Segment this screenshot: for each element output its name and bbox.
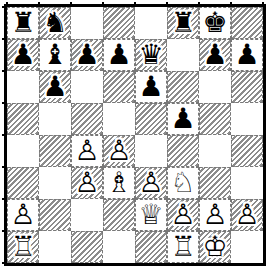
piece-white-fill: ♜: [8, 232, 38, 262]
piece-white-pawn: ♙: [168, 200, 198, 230]
piece-white-pawn: ♙: [200, 200, 230, 230]
piece-black-queen: ♛: [136, 40, 166, 70]
piece-black-pawn: ♟: [104, 40, 134, 70]
square-f7[interactable]: [167, 39, 199, 71]
square-g1[interactable]: ♚♔: [199, 231, 231, 263]
square-c7[interactable]: ♟: [71, 39, 103, 71]
square-h1[interactable]: [231, 231, 263, 263]
piece-white-fill: ♟: [232, 200, 262, 230]
square-b4[interactable]: [39, 135, 71, 167]
square-e1[interactable]: [135, 231, 167, 263]
piece-black-king: ♚: [200, 8, 230, 38]
piece-white-fill: ♟: [200, 200, 230, 230]
square-e8[interactable]: [135, 7, 167, 39]
square-g3[interactable]: [199, 167, 231, 199]
piece-white-fill: ♟: [8, 200, 38, 230]
square-b8[interactable]: ♞: [39, 7, 71, 39]
square-d3[interactable]: ♝♗: [103, 167, 135, 199]
square-a5[interactable]: [7, 103, 39, 135]
piece-white-king: ♔: [200, 232, 230, 262]
square-d8[interactable]: [103, 7, 135, 39]
piece-black-pawn: ♟: [168, 104, 198, 134]
square-h6[interactable]: [231, 71, 263, 103]
square-f2[interactable]: ♟♙: [167, 199, 199, 231]
square-f3[interactable]: ♞♘: [167, 167, 199, 199]
square-h2[interactable]: ♟♙: [231, 199, 263, 231]
square-h4[interactable]: [231, 135, 263, 167]
square-b5[interactable]: [39, 103, 71, 135]
square-d7[interactable]: ♟: [103, 39, 135, 71]
piece-white-pawn: ♙: [72, 168, 102, 198]
square-a4[interactable]: [7, 135, 39, 167]
square-g7[interactable]: ♟: [199, 39, 231, 71]
piece-black-pawn: ♟: [40, 72, 70, 102]
piece-white-knight: ♘: [168, 168, 198, 198]
square-d1[interactable]: [103, 231, 135, 263]
piece-black-pawn: ♟: [232, 40, 262, 70]
square-d4[interactable]: ♟♙: [103, 135, 135, 167]
square-h5[interactable]: [231, 103, 263, 135]
square-b6[interactable]: ♟: [39, 71, 71, 103]
piece-white-fill: ♚: [200, 232, 230, 262]
square-d6[interactable]: [103, 71, 135, 103]
piece-white-fill: ♛: [136, 200, 166, 230]
square-c2[interactable]: [71, 199, 103, 231]
square-a3[interactable]: [7, 167, 39, 199]
square-h3[interactable]: [231, 167, 263, 199]
square-c8[interactable]: [71, 7, 103, 39]
square-e6[interactable]: ♟: [135, 71, 167, 103]
square-g4[interactable]: [199, 135, 231, 167]
square-a7[interactable]: ♟: [7, 39, 39, 71]
square-h7[interactable]: ♟: [231, 39, 263, 71]
square-c1[interactable]: [71, 231, 103, 263]
square-g5[interactable]: [199, 103, 231, 135]
piece-white-fill: ♝: [104, 168, 134, 198]
piece-white-fill: ♟: [168, 200, 198, 230]
square-c5[interactable]: [71, 103, 103, 135]
piece-black-rook: ♜: [8, 8, 38, 38]
piece-white-rook: ♖: [8, 232, 38, 262]
square-f5[interactable]: ♟: [167, 103, 199, 135]
square-g8[interactable]: ♚: [199, 7, 231, 39]
piece-white-fill: ♟: [72, 136, 102, 166]
square-a1[interactable]: ♜♖: [7, 231, 39, 263]
square-f6[interactable]: [167, 71, 199, 103]
piece-black-bishop: ♝: [40, 40, 70, 70]
square-f4[interactable]: [167, 135, 199, 167]
square-d2[interactable]: [103, 199, 135, 231]
square-a8[interactable]: ♜: [7, 7, 39, 39]
piece-white-rook: ♖: [168, 232, 198, 262]
square-e2[interactable]: ♛♕: [135, 199, 167, 231]
piece-white-pawn: ♙: [232, 200, 262, 230]
square-f8[interactable]: ♜: [167, 7, 199, 39]
square-a2[interactable]: ♟♙: [7, 199, 39, 231]
square-e4[interactable]: [135, 135, 167, 167]
square-c4[interactable]: ♟♙: [71, 135, 103, 167]
square-b1[interactable]: [39, 231, 71, 263]
piece-white-pawn: ♙: [72, 136, 102, 166]
square-g6[interactable]: [199, 71, 231, 103]
piece-white-fill: ♜: [168, 232, 198, 262]
piece-black-rook: ♜: [168, 8, 198, 38]
square-b2[interactable]: [39, 199, 71, 231]
chess-board: ♜♞♜♚♟♝♟♟♛♟♟♟♟♟♟♙♟♙♟♙♝♗♟♙♞♘♟♙♛♕♟♙♟♙♟♙♜♖♜♖…: [4, 4, 266, 266]
piece-white-fill: ♟: [72, 168, 102, 198]
piece-black-pawn: ♟: [200, 40, 230, 70]
square-c6[interactable]: [71, 71, 103, 103]
square-b7[interactable]: ♝: [39, 39, 71, 71]
square-h8[interactable]: [231, 7, 263, 39]
piece-white-fill: ♟: [136, 168, 166, 198]
piece-black-pawn: ♟: [136, 72, 166, 102]
square-d5[interactable]: [103, 103, 135, 135]
square-e3[interactable]: ♟♙: [135, 167, 167, 199]
piece-white-queen: ♕: [136, 200, 166, 230]
square-g2[interactable]: ♟♙: [199, 199, 231, 231]
piece-black-pawn: ♟: [72, 40, 102, 70]
piece-black-pawn: ♟: [8, 40, 38, 70]
piece-white-bishop: ♗: [104, 168, 134, 198]
piece-white-pawn: ♙: [8, 200, 38, 230]
chess-diagram: ♜♞♜♚♟♝♟♟♛♟♟♟♟♟♟♙♟♙♟♙♝♗♟♙♞♘♟♙♛♕♟♙♟♙♟♙♜♖♜♖…: [2, 2, 264, 264]
square-e7[interactable]: ♛: [135, 39, 167, 71]
piece-white-pawn: ♙: [104, 136, 134, 166]
square-b3[interactable]: [39, 167, 71, 199]
square-e5[interactable]: [135, 103, 167, 135]
piece-white-fill: ♞: [168, 168, 198, 198]
square-c3[interactable]: ♟♙: [71, 167, 103, 199]
piece-black-knight: ♞: [40, 8, 70, 38]
piece-white-pawn: ♙: [136, 168, 166, 198]
piece-white-fill: ♟: [104, 136, 134, 166]
square-a6[interactable]: [7, 71, 39, 103]
square-f1[interactable]: ♜♖: [167, 231, 199, 263]
